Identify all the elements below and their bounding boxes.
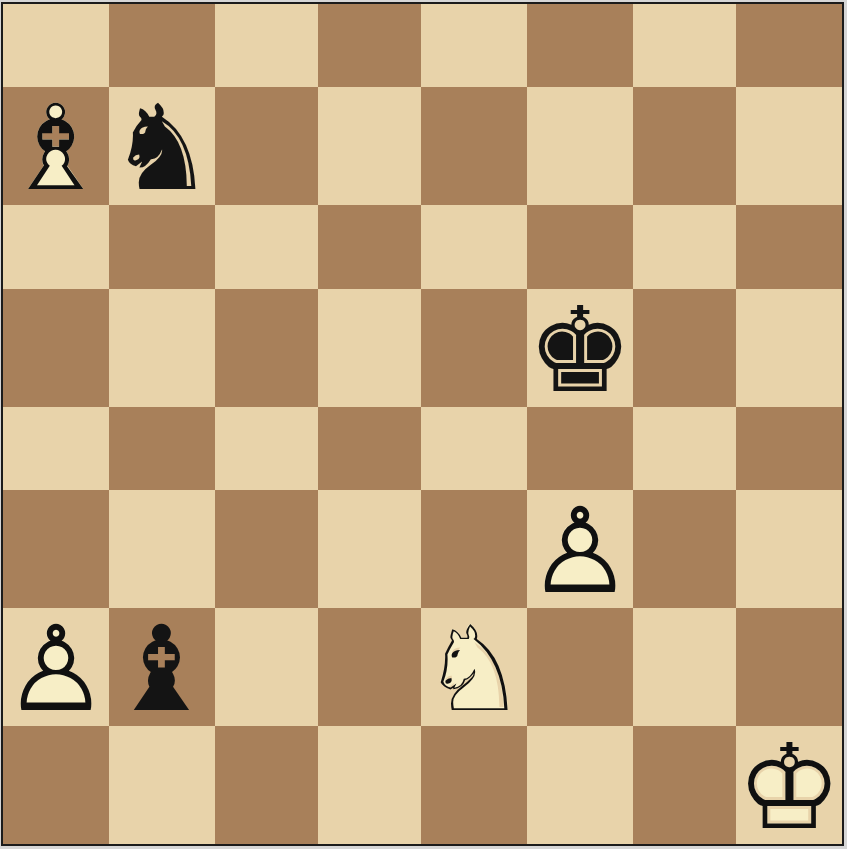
square-g1[interactable] [633,726,736,844]
square-a2[interactable]: ♟♙ [3,608,109,726]
square-e6[interactable] [421,205,527,288]
knight-glyph: ♞ [109,89,215,207]
square-f6[interactable] [527,205,633,288]
square-h4[interactable] [736,407,842,490]
square-d1[interactable] [318,726,421,844]
square-c6[interactable] [215,205,318,288]
square-b5[interactable] [109,289,215,407]
white-king-h1[interactable]: ♚♔ [736,728,842,846]
square-g7[interactable] [633,87,736,205]
square-c4[interactable] [215,407,318,490]
square-h1[interactable]: ♚♔ [736,726,842,844]
square-e4[interactable] [421,407,527,490]
square-c7[interactable] [215,87,318,205]
square-d5[interactable] [318,289,421,407]
square-a1[interactable] [3,726,109,844]
square-c2[interactable] [215,608,318,726]
screenshot-root: { "game": "chess", "position": { "fen": … [0,0,847,849]
square-a6[interactable] [3,205,109,288]
chess-board: ♝♗♞♚♟♙♟♙♝♞♘♚♔ [1,2,844,846]
king-glyph: ♚ [527,291,633,409]
square-a8[interactable] [3,4,109,87]
square-d2[interactable] [318,608,421,726]
square-h3[interactable] [736,490,842,608]
square-b7[interactable]: ♞ [109,87,215,205]
white-pawn-a2[interactable]: ♟♙ [3,610,109,728]
square-e3[interactable] [421,490,527,608]
square-b8[interactable] [109,4,215,87]
square-b4[interactable] [109,407,215,490]
square-b6[interactable] [109,205,215,288]
square-a3[interactable] [3,490,109,608]
square-g6[interactable] [633,205,736,288]
square-f1[interactable] [527,726,633,844]
square-h8[interactable] [736,4,842,87]
pawn-outline-glyph: ♙ [527,492,633,610]
black-king-f5[interactable]: ♚ [527,291,633,409]
white-knight-e2[interactable]: ♞♘ [421,610,527,728]
square-d7[interactable] [318,87,421,205]
square-e7[interactable] [421,87,527,205]
square-a5[interactable] [3,289,109,407]
square-g8[interactable] [633,4,736,87]
square-f5[interactable]: ♚ [527,289,633,407]
square-d8[interactable] [318,4,421,87]
bishop-outline-glyph: ♗ [3,89,109,207]
square-c8[interactable] [215,4,318,87]
square-h6[interactable] [736,205,842,288]
square-a7[interactable]: ♝♗ [3,87,109,205]
square-f4[interactable] [527,407,633,490]
square-f7[interactable] [527,87,633,205]
square-h7[interactable] [736,87,842,205]
square-e8[interactable] [421,4,527,87]
pawn-outline-glyph: ♙ [3,610,109,728]
square-e2[interactable]: ♞♘ [421,608,527,726]
square-e1[interactable] [421,726,527,844]
black-bishop-b2[interactable]: ♝ [109,610,215,728]
white-pawn-f3[interactable]: ♟♙ [527,492,633,610]
square-a4[interactable] [3,407,109,490]
square-f2[interactable] [527,608,633,726]
square-g2[interactable] [633,608,736,726]
bishop-glyph: ♝ [109,610,215,728]
square-d3[interactable] [318,490,421,608]
square-f8[interactable] [527,4,633,87]
square-b3[interactable] [109,490,215,608]
square-b2[interactable]: ♝ [109,608,215,726]
square-c5[interactable] [215,289,318,407]
square-d6[interactable] [318,205,421,288]
square-h2[interactable] [736,608,842,726]
square-f3[interactable]: ♟♙ [527,490,633,608]
square-b1[interactable] [109,726,215,844]
king-outline-glyph: ♔ [736,728,842,846]
square-e5[interactable] [421,289,527,407]
black-knight-b7[interactable]: ♞ [109,89,215,207]
square-g4[interactable] [633,407,736,490]
square-d4[interactable] [318,407,421,490]
knight-outline-glyph: ♘ [421,610,527,728]
square-c3[interactable] [215,490,318,608]
square-h5[interactable] [736,289,842,407]
white-bishop-a7[interactable]: ♝♗ [3,89,109,207]
square-g3[interactable] [633,490,736,608]
square-g5[interactable] [633,289,736,407]
square-c1[interactable] [215,726,318,844]
